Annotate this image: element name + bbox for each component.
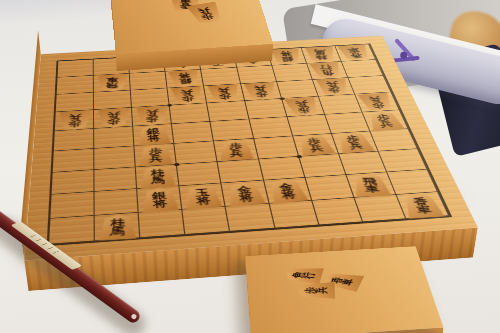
piece-silver[interactable]: 銀将 [167,69,202,88]
piece-knight[interactable]: 桂馬 [139,165,177,189]
piece-lance[interactable]: 香車 [400,193,446,219]
komadai-sente: 角行香車歩兵 [245,246,444,333]
star-point [167,104,172,107]
piece-pawn[interactable]: 歩兵 [218,139,255,160]
piece-pawn[interactable]: 歩兵 [57,110,92,130]
piece-pawn[interactable]: 歩兵 [96,108,130,128]
star-point [174,163,180,166]
piece-pawn[interactable]: 歩兵 [284,97,323,117]
piece-gold[interactable]: 金将 [266,178,310,204]
piece-pawn[interactable]: 歩兵 [138,144,174,166]
piece-pawn[interactable]: 歩兵 [170,86,205,105]
komadai-left-face [244,241,251,333]
piece-pawn[interactable]: 歩兵 [295,134,337,157]
star-point [296,155,302,158]
piece-pawn[interactable]: 歩兵 [243,82,279,101]
piece-gold[interactable]: 金将 [224,181,267,207]
captured-piece-bishop[interactable]: 角行 [284,266,324,285]
piece-silver[interactable]: 銀将 [140,187,179,213]
piece-pawn[interactable]: 歩兵 [365,110,406,131]
piece-lance[interactable]: 香車 [337,44,374,61]
komadai-gote: 香車歩兵 [108,0,273,54]
piece-rook[interactable]: 飛車 [96,74,129,92]
piece-silver[interactable]: 銀将 [136,124,172,145]
star-point [279,97,284,100]
piece-pawn[interactable]: 歩兵 [135,106,169,125]
piece-knight[interactable]: 桂馬 [97,214,136,241]
piece-pawn[interactable]: 歩兵 [207,84,242,103]
piece-silver[interactable]: 銀将 [270,48,304,64]
shogi-game-photo: 香車桂馬銀将金将王将金将角行銀将飛車歩兵歩兵歩兵歩兵歩兵歩兵歩兵歩兵歩兵銀将歩兵… [0,0,500,333]
piece-bishop[interactable]: 角行 [309,61,346,79]
piece-pawn[interactable]: 歩兵 [334,131,376,153]
piece-pawn[interactable]: 歩兵 [315,78,352,96]
board-grid[interactable]: 香車桂馬銀将金将王将金将角行銀将飛車歩兵歩兵歩兵歩兵歩兵歩兵歩兵歩兵歩兵銀将歩兵… [47,43,453,246]
komadai-front-face [251,327,443,333]
komadai-left-face [108,0,116,54]
piece-king[interactable]: 玉将 [182,184,223,210]
piece-knight[interactable]: 桂馬 [304,47,338,63]
piece-rook[interactable]: 飛車 [350,174,393,198]
piece-pawn[interactable]: 歩兵 [357,92,397,112]
